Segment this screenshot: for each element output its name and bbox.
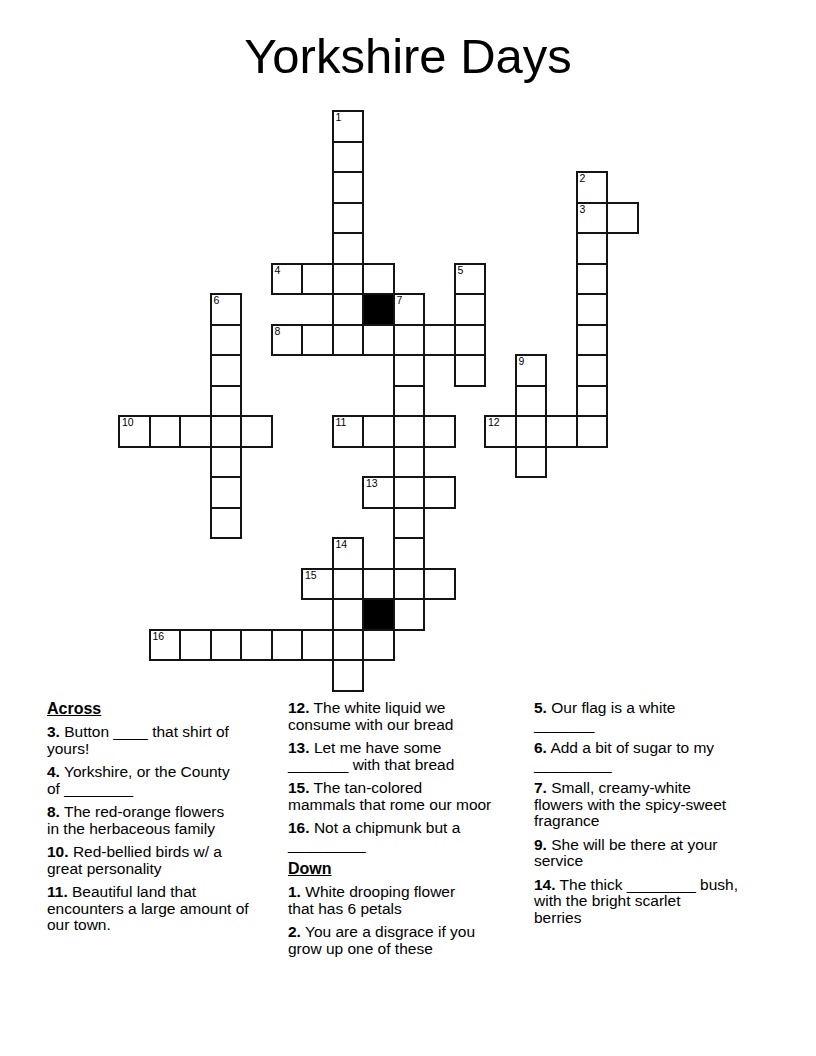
cell-number: 10 [122,417,134,428]
cell-number: 16 [153,631,165,642]
grid-cell[interactable] [332,232,365,265]
cell-number: 2 [580,173,586,184]
grid-cell[interactable] [393,537,426,570]
grid-cell[interactable] [240,629,273,662]
cell-number: 3 [580,204,586,215]
crossword-page: { "game": "crossword", "title": "Yorkshi… [0,0,816,1056]
grid-cell[interactable] [332,324,365,357]
clue-text: Our flag is a white _______ [534,699,675,733]
grid-cell[interactable] [454,293,487,326]
clue-number: 9. [534,836,547,853]
grid-cell[interactable] [393,385,426,418]
grid-cell[interactable] [423,568,456,601]
clue-text: Yorkshire, or the County of ________ [47,763,230,797]
clue-down-9: 9. She will be there at your service [534,837,772,870]
clue-across-12: 12. The white liquid we consume with our… [288,700,530,733]
grid-cell[interactable] [332,598,365,631]
grid-cell[interactable] [515,446,548,479]
grid-cell[interactable] [393,568,426,601]
grid-cell[interactable] [210,385,243,418]
cell-number: 8 [275,326,281,337]
clues-column-2: 12. The white liquid we consume with our… [288,700,530,964]
clue-number: 8. [47,803,60,820]
grid-cell[interactable] [454,354,487,387]
clue-across-15: 15. The tan-colored mammals that rome ou… [288,780,530,813]
clue-text: Let me have some _______ with that bread [288,739,454,773]
clue-text: Small, creamy-white flowers with the spi… [534,779,726,829]
clue-number: 16. [288,819,310,836]
grid-cell[interactable] [393,446,426,479]
black-cell [362,293,395,326]
clue-down-6: 6. Add a bit of sugar to my _________ [534,740,772,773]
clue-text: Red-bellied birds w/ a great personality [47,843,222,877]
grid-cell[interactable] [210,507,243,540]
grid-cell[interactable] [362,263,395,296]
grid-cell[interactable] [393,476,426,509]
clue-across-3: 3. Button ____ that shirt of yours! [47,724,285,757]
clue-number: 10. [47,843,69,860]
clue-number: 6. [534,739,547,756]
grid-cell[interactable] [515,385,548,418]
grid-cell[interactable] [332,629,365,662]
grid-cell[interactable] [332,263,365,296]
cell-number: 5 [458,265,464,276]
grid-cell[interactable] [576,354,609,387]
clue-text: The white liquid we consume with our bre… [288,699,453,733]
cell-number: 12 [488,417,500,428]
grid-cell[interactable] [576,324,609,357]
black-cell [362,598,395,631]
clue-text: The thick ________ bush, with the bright… [534,876,738,926]
grid-cell[interactable] [332,141,365,174]
grid-cell[interactable] [332,171,365,204]
cell-number: 11 [336,417,347,428]
cell-number: 6 [214,295,220,306]
clue-text: Not a chipmunk but a _________ [288,819,460,853]
grid-cell[interactable] [332,568,365,601]
grid-cell[interactable] [362,324,395,357]
grid-cell[interactable] [393,507,426,540]
crossword-grid: 12345678910111213141516 [118,110,639,692]
clue-number: 4. [47,763,60,780]
clue-text: White drooping flower that has 6 petals [288,883,455,917]
clue-number: 12. [288,699,310,716]
grid-cell[interactable] [332,293,365,326]
grid-cell[interactable] [210,324,243,357]
grid-cell[interactable] [362,629,395,662]
cell-number: 4 [275,265,281,276]
grid-cell[interactable] [240,415,273,448]
grid-cell[interactable] [545,415,578,448]
grid-cell[interactable] [515,415,548,448]
grid-cell[interactable] [301,324,334,357]
clue-number: 14. [534,876,556,893]
clue-number: 13. [288,739,310,756]
grid-cell[interactable] [362,415,395,448]
clue-across-4: 4. Yorkshire, or the County of ________ [47,764,285,797]
clue-down-7: 7. Small, creamy-white flowers with the … [534,780,772,830]
grid-cell[interactable] [362,568,395,601]
clue-number: 7. [534,779,547,796]
clue-down-1: 1. White drooping flower that has 6 peta… [288,884,530,917]
clue-text: The red-orange flowers in the herbaceous… [47,803,224,837]
clue-text: Beautiful land that encounters a large a… [47,883,249,933]
cell-number: 9 [519,356,525,367]
grid-cell[interactable] [210,446,243,479]
clue-across-8: 8. The red-orange flowers in the herbace… [47,804,285,837]
cell-number: 14 [336,539,348,550]
grid-cell[interactable] [301,263,334,296]
grid-cell[interactable] [576,385,609,418]
clue-down-14: 14. The thick ________ bush, with the br… [534,877,772,927]
grid-cell[interactable] [423,324,456,357]
grid-cell[interactable] [576,263,609,296]
grid-cell[interactable] [179,629,212,662]
grid-cell[interactable] [149,415,182,448]
cell-number: 1 [336,112,342,123]
grid-cell[interactable] [210,415,243,448]
grid-cell[interactable] [393,354,426,387]
grid-cell[interactable] [576,415,609,448]
clue-text: Add a bit of sugar to my _________ [534,739,714,773]
clue-across-16: 16. Not a chipmunk but a _________ [288,820,530,853]
grid-cell[interactable] [393,415,426,448]
clue-number: 15. [288,779,310,796]
clue-number: 3. [47,723,60,740]
clue-text: You are a disgrace if you grow up one of… [288,923,475,957]
clue-number: 5. [534,699,547,716]
grid-cell[interactable] [301,629,334,662]
clue-down-2: 2. You are a disgrace if you grow up one… [288,924,530,957]
grid-cell[interactable] [423,415,456,448]
clue-number: 2. [288,923,301,940]
grid-cell[interactable] [210,476,243,509]
clue-across-10: 10. Red-bellied birds w/ a great persona… [47,844,285,877]
cell-number: 13 [366,478,378,489]
grid-cell[interactable] [210,354,243,387]
puzzle-title: Yorkshire Days [0,26,816,87]
grid-cell[interactable] [576,293,609,326]
cell-number: 15 [305,570,317,581]
grid-cell[interactable] [393,598,426,631]
grid-cell[interactable] [606,202,639,235]
grid-cell[interactable] [332,659,365,692]
down-heading: Down [288,860,530,877]
grid-cell[interactable] [576,232,609,265]
clue-text: Button ____ that shirt of yours! [47,723,229,757]
across-heading: Across [47,700,285,717]
grid-cell[interactable] [332,202,365,235]
clues-column-1: Across3. Button ____ that shirt of yours… [47,700,285,941]
clue-text: The tan-colored mammals that rome our mo… [288,779,491,813]
clue-number: 1. [288,883,301,900]
clue-across-13: 13. Let me have some _______ with that b… [288,740,530,773]
clue-across-11: 11. Beautiful land that encounters a lar… [47,884,285,934]
grid-cell[interactable] [393,324,426,357]
grid-cell[interactable] [210,629,243,662]
clue-text: She will be there at your service [534,836,718,870]
clue-down-5: 5. Our flag is a white _______ [534,700,772,733]
grid-cell[interactable] [271,629,304,662]
clue-number: 11. [47,883,68,900]
grid-cell[interactable] [454,324,487,357]
grid-cell[interactable] [423,476,456,509]
clues-column-3: 5. Our flag is a white _______6. Add a b… [534,700,772,933]
grid-cell[interactable] [179,415,212,448]
cell-number: 7 [397,295,403,306]
